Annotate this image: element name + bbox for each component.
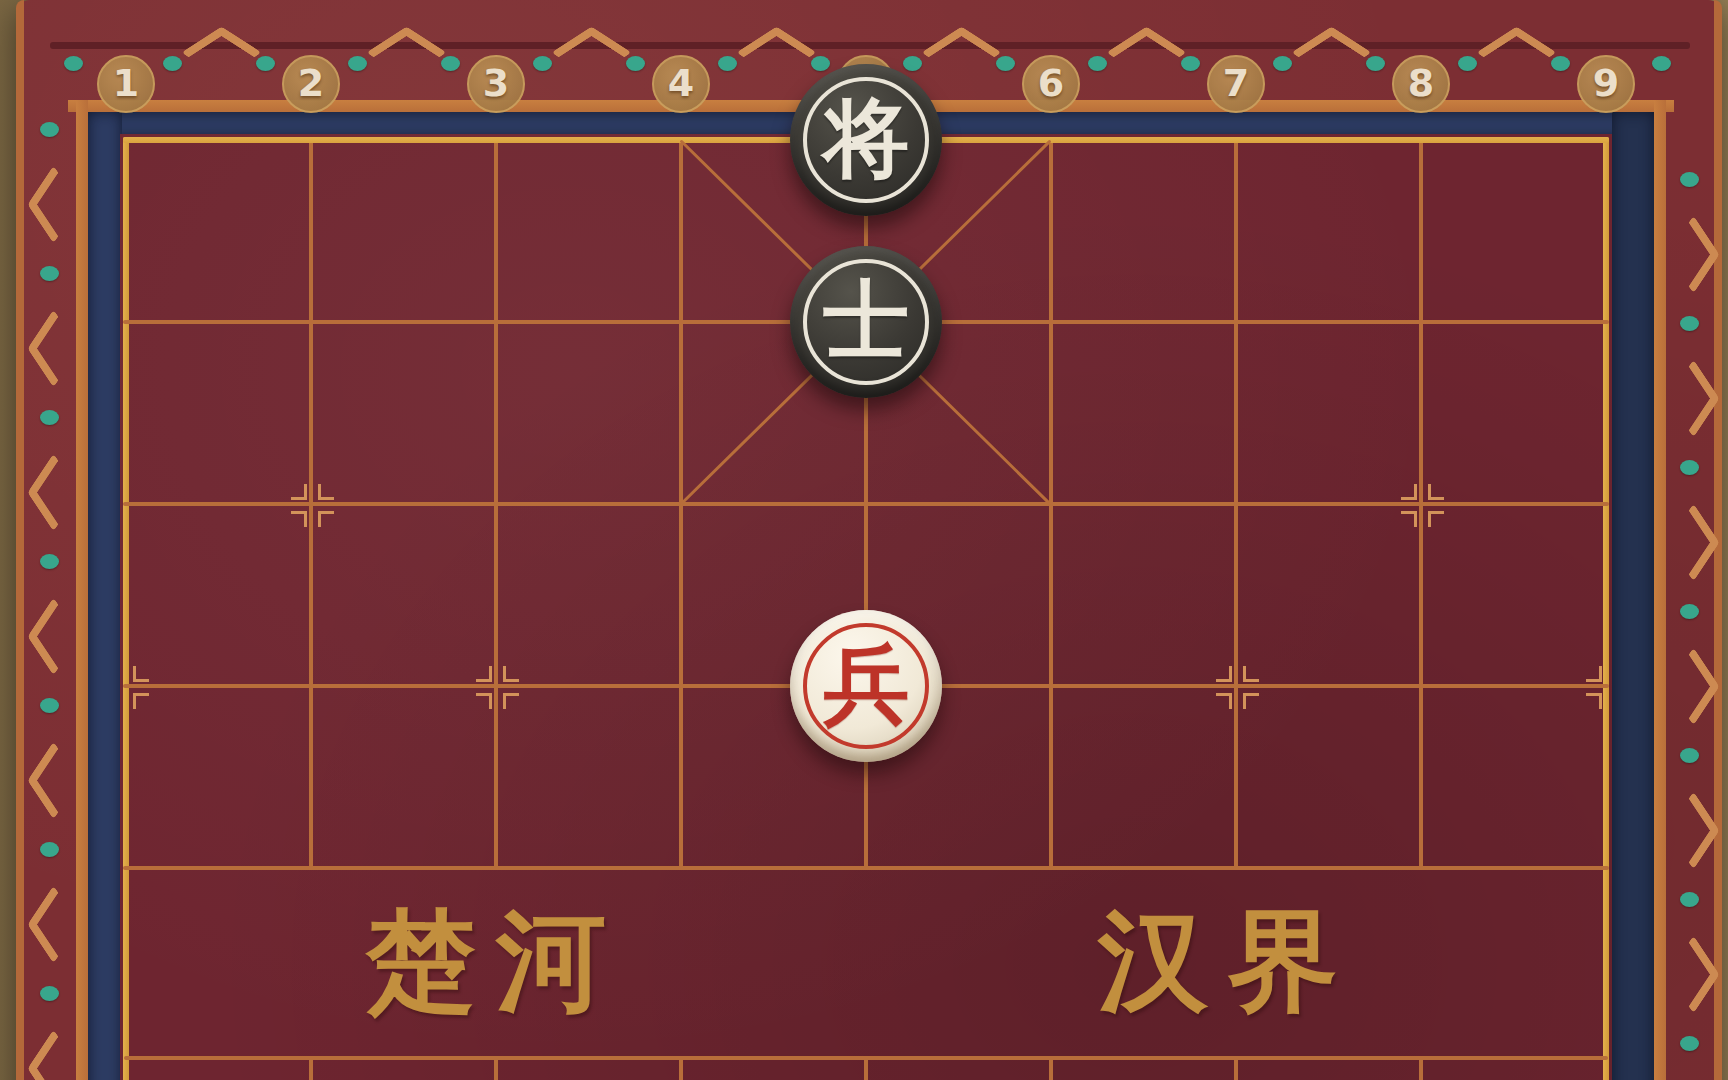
teal-dot-icon [40, 554, 59, 569]
position-marker [1586, 666, 1602, 682]
position-marker [1216, 666, 1232, 682]
file-label-8: 8 [1392, 55, 1450, 113]
piece-red-soldier[interactable]: 兵 [790, 610, 942, 762]
teal-dot-icon [40, 410, 59, 425]
blue-stripe-right [1612, 112, 1654, 1080]
position-marker [318, 484, 334, 500]
teal-dot-icon [1680, 604, 1699, 619]
position-marker [291, 484, 307, 500]
teal-dot-icon [163, 56, 182, 71]
teal-dot-icon [1273, 56, 1292, 71]
chevron-up-icon [736, 26, 817, 78]
position-marker [503, 693, 519, 709]
inner-frame-right [1654, 100, 1666, 1080]
chevron-left-icon [27, 309, 79, 387]
position-marker [1428, 484, 1444, 500]
inner-frame-left [76, 100, 88, 1080]
river-text-right: 汉界 [1098, 888, 1358, 1037]
chevron-left-icon [27, 741, 79, 819]
position-marker [1243, 666, 1259, 682]
position-marker [1401, 511, 1417, 527]
piece-glyph-black-general: 将 [823, 95, 909, 185]
chevron-left-icon [27, 453, 79, 531]
teal-dot-icon [256, 56, 275, 71]
teal-dot-icon [1680, 460, 1699, 475]
chevron-up-icon [366, 26, 447, 78]
teal-dot-icon [40, 986, 59, 1001]
teal-dot-icon [441, 56, 460, 71]
teal-dot-icon [1551, 56, 1570, 71]
teal-dot-icon [718, 56, 737, 71]
position-marker [1586, 693, 1602, 709]
chevron-right-icon [1667, 647, 1719, 725]
grid-rank-line [123, 502, 1609, 506]
teal-dot-icon [903, 56, 922, 71]
teal-dot-icon [1652, 56, 1671, 71]
teal-dot-icon [40, 842, 59, 857]
teal-dot-icon [1680, 748, 1699, 763]
piece-black-general[interactable]: 将 [790, 64, 942, 216]
grid-file-line [494, 1058, 498, 1080]
grid-file-line [123, 137, 129, 1080]
grid-file-line [864, 1058, 868, 1080]
position-marker [476, 693, 492, 709]
position-marker [503, 666, 519, 682]
teal-dot-icon [40, 698, 59, 713]
grid-file-line [679, 1058, 683, 1080]
chevron-left-icon [27, 597, 79, 675]
grid-file-line [1234, 1058, 1238, 1080]
grid-rank-line [123, 866, 1609, 870]
teal-dot-icon [1680, 1036, 1699, 1051]
file-label-4: 4 [652, 55, 710, 113]
teal-dot-icon [996, 56, 1015, 71]
file-label-6: 6 [1022, 55, 1080, 113]
wood-table-background: 123456789 楚河 汉界 将士兵 [0, 0, 1728, 1080]
file-label-3: 3 [467, 55, 525, 113]
teal-dot-icon [1366, 56, 1385, 71]
position-marker [291, 511, 307, 527]
teal-dot-icon [1181, 56, 1200, 71]
teal-dot-icon [1680, 892, 1699, 907]
teal-dot-icon [1088, 56, 1107, 71]
teal-dot-icon [64, 56, 83, 71]
teal-dot-icon [1680, 316, 1699, 331]
position-marker [1243, 693, 1259, 709]
chevron-right-icon [1667, 791, 1719, 869]
xiangqi-board: 123456789 楚河 汉界 将士兵 [16, 0, 1722, 1080]
board-top-edge-line [50, 42, 1690, 49]
file-label-2: 2 [282, 55, 340, 113]
position-marker [1216, 693, 1232, 709]
teal-dot-icon [533, 56, 552, 71]
teal-dot-icon [40, 122, 59, 137]
piece-glyph-black-advisor: 士 [823, 277, 909, 367]
chevron-right-icon [1667, 215, 1719, 293]
piece-black-advisor[interactable]: 士 [790, 246, 942, 398]
chevron-up-icon [921, 26, 1002, 78]
grid-file-line [309, 1058, 313, 1080]
position-marker [476, 666, 492, 682]
grid-file-line [1049, 1058, 1053, 1080]
position-marker [1401, 484, 1417, 500]
file-label-1: 1 [97, 55, 155, 113]
file-label-9: 9 [1577, 55, 1635, 113]
chevron-right-icon [1667, 503, 1719, 581]
teal-dot-icon [1680, 172, 1699, 187]
piece-glyph-red-soldier: 兵 [823, 641, 909, 731]
chevron-up-icon [1106, 26, 1187, 78]
position-marker [133, 693, 149, 709]
teal-dot-icon [1458, 56, 1477, 71]
teal-dot-icon [811, 56, 830, 71]
river-text-left: 楚河 [366, 888, 626, 1037]
board-outer-edge-left [16, 0, 24, 1080]
chevron-right-icon [1667, 935, 1719, 1013]
position-marker [318, 511, 334, 527]
position-marker [1428, 511, 1444, 527]
file-label-7: 7 [1207, 55, 1265, 113]
blue-stripe-left [88, 112, 122, 1080]
teal-dot-icon [348, 56, 367, 71]
chevron-left-icon [27, 1029, 79, 1080]
teal-dot-icon [40, 266, 59, 281]
teal-dot-icon [626, 56, 645, 71]
grid-file-line [1419, 1058, 1423, 1080]
chevron-up-icon [1291, 26, 1372, 78]
chevron-right-icon [1667, 359, 1719, 437]
chevron-up-icon [551, 26, 632, 78]
chevron-left-icon [27, 885, 79, 963]
chevron-up-icon [181, 26, 262, 78]
grid-file-line [1603, 137, 1609, 1080]
position-marker [133, 666, 149, 682]
chevron-left-icon [27, 165, 79, 243]
chevron-up-icon [1476, 26, 1557, 78]
grid-rank-line [124, 1056, 1608, 1060]
